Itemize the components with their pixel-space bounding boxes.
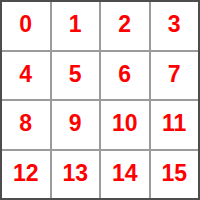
grid-cell-8: 8 [2,101,50,149]
cell-number: 0 [19,13,32,36]
cell-number: 3 [168,13,181,36]
grid-cell-9: 9 [52,101,100,149]
grid-cell-11: 11 [151,101,199,149]
grid-cell-4: 4 [2,52,50,100]
grid-cell-5: 5 [52,52,100,100]
grid-cell-12: 12 [2,151,50,199]
grid-cell-0: 0 [2,2,50,50]
cell-number: 6 [118,63,131,86]
grid-cell-7: 7 [151,52,199,100]
cell-number: 10 [112,112,138,135]
cell-number: 11 [162,112,186,135]
cell-number: 9 [69,112,82,135]
cell-number: 12 [13,162,39,185]
grid-cell-14: 14 [101,151,149,199]
grid-cell-1: 1 [52,2,100,50]
grid-cell-6: 6 [101,52,149,100]
cell-number: 7 [168,63,181,86]
grid-cell-2: 2 [101,2,149,50]
cell-number: 1 [69,13,82,36]
cell-number: 5 [69,63,82,86]
grid-cell-10: 10 [101,101,149,149]
cell-number: 8 [19,112,32,135]
grid-cell-3: 3 [151,2,199,50]
number-grid-board: 0123456789101112131415 [0,0,200,200]
cell-number: 4 [19,63,32,86]
cell-number: 14 [112,162,138,185]
grid-cell-13: 13 [52,151,100,199]
cell-number: 15 [161,162,187,185]
cell-number: 13 [62,162,88,185]
cell-number: 2 [118,13,131,36]
grid-cell-15: 15 [151,151,199,199]
